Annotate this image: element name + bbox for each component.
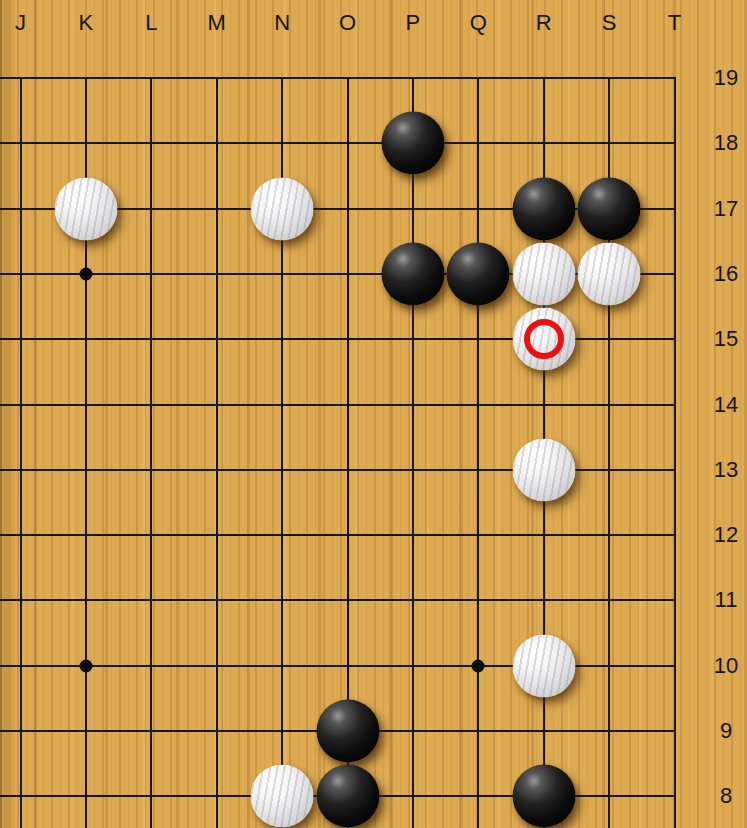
row-label: 16 (714, 263, 738, 285)
stone-white[interactable] (512, 242, 575, 305)
stone-black[interactable] (447, 242, 510, 305)
grid-line-horizontal (0, 77, 676, 79)
grid-line-horizontal (0, 599, 676, 601)
grid-line-vertical (216, 77, 218, 828)
row-label: 15 (714, 328, 738, 350)
column-label: M (208, 12, 226, 34)
row-label: 19 (714, 67, 738, 89)
stone-white[interactable] (54, 177, 117, 240)
stone-black[interactable] (381, 242, 444, 305)
grid-line-vertical (20, 77, 22, 828)
column-label: S (602, 12, 617, 34)
go-board[interactable]: JKLMNOPQRST 1918171615141312111098 (0, 0, 747, 828)
grid-line-vertical (674, 77, 676, 828)
column-label: P (406, 12, 421, 34)
last-move-marker (524, 319, 564, 359)
row-label: 18 (714, 132, 738, 154)
column-label: R (536, 12, 552, 34)
stone-black[interactable] (578, 177, 641, 240)
star-point (79, 659, 92, 672)
stone-black[interactable] (512, 765, 575, 828)
stone-white[interactable] (251, 765, 314, 828)
row-label: 9 (720, 720, 732, 742)
star-point (79, 267, 92, 280)
row-label: 17 (714, 198, 738, 220)
grid-line-horizontal (0, 142, 676, 144)
column-label: J (15, 12, 26, 34)
column-label: K (79, 12, 94, 34)
stone-white[interactable] (251, 177, 314, 240)
column-label: L (145, 12, 157, 34)
row-label: 10 (714, 655, 738, 677)
column-label: Q (470, 12, 487, 34)
stone-black[interactable] (381, 112, 444, 175)
grid-line-vertical (150, 77, 152, 828)
stone-white[interactable] (578, 242, 641, 305)
stone-black[interactable] (512, 177, 575, 240)
row-label: 14 (714, 394, 738, 416)
grid-line-horizontal (0, 534, 676, 536)
stone-white[interactable] (512, 634, 575, 697)
row-label: 13 (714, 459, 738, 481)
stone-white[interactable] (512, 438, 575, 501)
row-label: 8 (720, 785, 732, 807)
column-label: O (339, 12, 356, 34)
column-label: T (668, 12, 681, 34)
star-point (472, 659, 485, 672)
column-label: N (274, 12, 290, 34)
row-label: 12 (714, 524, 738, 546)
grid-line-horizontal (0, 404, 676, 406)
row-label: 11 (715, 589, 738, 611)
stone-black[interactable] (316, 700, 379, 763)
stone-black[interactable] (316, 765, 379, 828)
grid-line-vertical (412, 77, 414, 828)
grid-line-vertical (477, 77, 479, 828)
